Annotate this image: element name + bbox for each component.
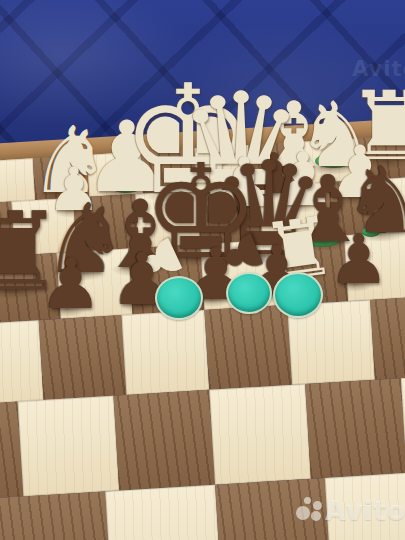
shadow-dark-queen xyxy=(229,249,302,264)
avito-watermark-badge: Avito xyxy=(295,494,405,526)
felt-base xyxy=(226,272,272,314)
avito-watermark-faint: Avito xyxy=(352,57,405,81)
shadow-dark-knight xyxy=(54,266,108,281)
chess-set-photo: ♞♟♚♛♝♞♜♟♟♟♟♟♞♝♚♛♝♞♜♟♟♟♟♟♟♟♜ Avito Avito xyxy=(0,0,405,540)
shadow-dark-knight xyxy=(354,227,405,242)
shadow-dark-king xyxy=(161,252,234,267)
shadow-white-pawn xyxy=(96,185,151,200)
shadow-dark-bishop xyxy=(298,236,350,251)
shadow-white-knight xyxy=(40,187,92,202)
shadow-dark-bishop xyxy=(111,262,164,277)
avito-logo-circle xyxy=(296,506,310,520)
shadow-dark-pawn xyxy=(47,302,86,317)
felt-base xyxy=(155,276,203,320)
pieces-layer: ♞♟♚♛♝♞♜♟♟♟♟♟♞♝♚♛♝♞♜♟♟♟♟♟♟♟♜ xyxy=(0,0,405,540)
felt-base xyxy=(273,272,323,318)
shadow-white-pawn xyxy=(221,200,259,215)
avito-logo-icon xyxy=(295,494,325,526)
shadow-white-pawn xyxy=(278,198,319,213)
avito-logo-circle xyxy=(313,501,322,510)
shadow-white-pawn xyxy=(53,203,87,218)
avito-logo-circle xyxy=(311,511,321,521)
shadow-white-knight xyxy=(307,160,357,175)
shadow-white-rook xyxy=(358,154,405,169)
shadow-dark-pawn xyxy=(336,277,374,292)
shadow-dark-rook xyxy=(0,284,42,299)
avito-watermark-text: Avito xyxy=(325,495,405,526)
shadow-white-pawn xyxy=(336,190,376,205)
avito-logo-circle xyxy=(304,497,311,504)
shadow-dark-pawn xyxy=(118,297,158,312)
